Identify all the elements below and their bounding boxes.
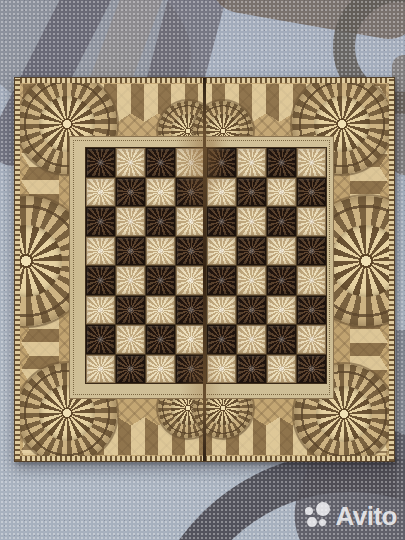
square-r2c4	[176, 178, 205, 207]
square-r8c4	[176, 355, 205, 384]
photo-scene: Avito	[0, 0, 405, 540]
square-r4c7	[267, 237, 296, 266]
square-r3c2	[116, 207, 145, 236]
square-r8c7	[267, 355, 296, 384]
square-r5c8	[297, 266, 326, 295]
square-r2c1	[86, 178, 115, 207]
square-r8c2	[116, 355, 145, 384]
square-r1c5	[207, 148, 236, 177]
square-r6c7	[267, 296, 296, 325]
square-r6c3	[146, 296, 175, 325]
square-r4c6	[237, 237, 266, 266]
chess-board	[14, 77, 395, 462]
watermark-text: Avito	[335, 503, 397, 529]
square-r3c5	[207, 207, 236, 236]
square-r6c2	[116, 296, 145, 325]
square-r5c1	[86, 266, 115, 295]
square-r2c8	[297, 178, 326, 207]
square-r8c6	[237, 355, 266, 384]
board-inner-field	[69, 136, 334, 399]
square-r6c5	[207, 296, 236, 325]
square-r3c7	[267, 207, 296, 236]
square-r1c4	[176, 148, 205, 177]
square-r2c2	[116, 178, 145, 207]
square-r4c1	[86, 237, 115, 266]
square-r4c3	[146, 237, 175, 266]
square-r5c2	[116, 266, 145, 295]
square-r7c3	[146, 325, 175, 354]
square-r2c5	[207, 178, 236, 207]
square-r5c6	[237, 266, 266, 295]
square-r4c4	[176, 237, 205, 266]
square-r3c3	[146, 207, 175, 236]
square-r2c3	[146, 178, 175, 207]
square-r6c1	[86, 296, 115, 325]
square-r3c1	[86, 207, 115, 236]
square-r7c8	[297, 325, 326, 354]
square-r8c8	[297, 355, 326, 384]
square-r5c7	[267, 266, 296, 295]
square-r1c6	[237, 148, 266, 177]
square-r8c3	[146, 355, 175, 384]
square-r7c6	[237, 325, 266, 354]
square-r1c1	[86, 148, 115, 177]
square-r7c7	[267, 325, 296, 354]
square-r3c6	[237, 207, 266, 236]
square-r2c7	[267, 178, 296, 207]
square-r6c4	[176, 296, 205, 325]
square-r6c8	[297, 296, 326, 325]
square-r5c3	[146, 266, 175, 295]
square-r5c4	[176, 266, 205, 295]
square-r6c6	[237, 296, 266, 325]
square-r3c4	[176, 207, 205, 236]
checkerboard	[85, 147, 327, 384]
square-r7c4	[176, 325, 205, 354]
square-r1c3	[146, 148, 175, 177]
square-r3c8	[297, 207, 326, 236]
square-r7c2	[116, 325, 145, 354]
avito-watermark: Avito	[304, 502, 397, 529]
square-r4c5	[207, 237, 236, 266]
square-r8c1	[86, 355, 115, 384]
square-r8c5	[207, 355, 236, 384]
square-r4c2	[116, 237, 145, 266]
square-r2c6	[237, 178, 266, 207]
avito-logo-icon	[304, 502, 331, 529]
square-r7c1	[86, 325, 115, 354]
square-r7c5	[207, 325, 236, 354]
fold-seam	[203, 78, 206, 461]
square-r1c8	[297, 148, 326, 177]
square-r5c5	[207, 266, 236, 295]
square-r1c2	[116, 148, 145, 177]
square-r1c7	[267, 148, 296, 177]
square-r4c8	[297, 237, 326, 266]
